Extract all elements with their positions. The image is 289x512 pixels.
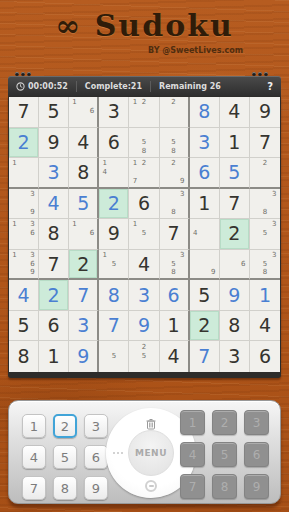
- pencil-marks: 136: [10, 220, 37, 248]
- cell-value: 6: [168, 286, 180, 305]
- cell-value: 7: [18, 102, 30, 121]
- cell-r2c9[interactable]: 7: [250, 128, 280, 159]
- cell-value: 9: [48, 133, 60, 152]
- pencil-key-9[interactable]: 9: [244, 474, 269, 499]
- cell-value: 6: [259, 347, 271, 366]
- cell-r1c6[interactable]: 2: [160, 97, 190, 128]
- timer: 00:00:52: [16, 82, 68, 91]
- cell-value: 6: [48, 316, 60, 335]
- cell-r9c2[interactable]: 1: [39, 341, 69, 372]
- cell-r5c9[interactable]: 35: [250, 219, 280, 250]
- cell-r7c9[interactable]: 1: [250, 280, 280, 311]
- pencil-marks: 12: [130, 98, 157, 126]
- cell-r3c3[interactable]: 8: [69, 158, 99, 189]
- pencil-key-6[interactable]: 6: [244, 442, 269, 467]
- cell-value: 2: [228, 224, 240, 243]
- cell-r6c1[interactable]: 1369: [9, 250, 39, 281]
- cell-value: 2: [198, 316, 210, 335]
- cell-value: 7: [48, 255, 60, 274]
- pencil-marks: 58: [161, 129, 187, 157]
- cell-value: 9: [138, 316, 150, 335]
- cell-value: 5: [228, 163, 240, 182]
- pencil-marks: 16: [70, 98, 96, 126]
- app-title: ∞ Sudoku: [0, 8, 289, 43]
- cell-r7c6[interactable]: 6: [160, 280, 190, 311]
- cell-value: 8: [77, 163, 89, 182]
- cell-r9c3[interactable]: 9: [69, 341, 99, 372]
- cell-value: 3: [48, 163, 60, 182]
- cell-r3c1[interactable]: 1: [9, 158, 39, 189]
- cell-r5c4[interactable]: 9: [99, 219, 129, 250]
- digit-key-3[interactable]: 3: [84, 414, 108, 438]
- cell-r8c8[interactable]: 8: [220, 311, 250, 342]
- cell-r6c7[interactable]: 9: [190, 250, 220, 281]
- cell-r2c8[interactable]: 1: [220, 128, 250, 159]
- cell-value: 1: [228, 133, 240, 152]
- cell-r5c5[interactable]: 15: [129, 219, 159, 250]
- minus-icon[interactable]: [145, 480, 157, 492]
- cell-r6c5[interactable]: 4: [129, 250, 159, 281]
- cell-r7c7[interactable]: 5: [190, 280, 220, 311]
- cell-r5c2[interactable]: 8: [39, 219, 69, 250]
- cell-r4c4[interactable]: 2: [99, 189, 129, 220]
- cell-value: 7: [108, 316, 120, 335]
- cell-value: 9: [228, 286, 240, 305]
- cell-r1c5[interactable]: 12: [129, 97, 159, 128]
- cell-value: 7: [228, 194, 240, 213]
- cell-r4c3[interactable]: 5: [69, 189, 99, 220]
- digit-key-4[interactable]: 4: [22, 445, 46, 469]
- pencil-marks: 1: [10, 159, 37, 186]
- cell-value: 8: [228, 316, 240, 335]
- cell-value: 7: [77, 286, 89, 305]
- cell-value: 9: [108, 224, 120, 243]
- cell-value: 7: [259, 133, 271, 152]
- cell-r6c4[interactable]: 15: [99, 250, 129, 281]
- cell-r3c8[interactable]: 5: [220, 158, 250, 189]
- cell-r2c6[interactable]: 58: [160, 128, 190, 159]
- cell-value: 5: [48, 102, 60, 121]
- cell-r3c6[interactable]: 29: [160, 158, 190, 189]
- timer-text: 00:00:52: [28, 82, 68, 91]
- pencil-marks: 9: [191, 251, 218, 278]
- cell-value: 4: [259, 316, 271, 335]
- pencil-marks: 35: [251, 220, 279, 248]
- cell-r4c1[interactable]: 39: [9, 189, 39, 220]
- digit-key-1[interactable]: 1: [22, 414, 46, 438]
- cell-r6c9[interactable]: 358: [250, 250, 280, 281]
- cell-r7c5[interactable]: 3: [129, 280, 159, 311]
- cell-r1c8[interactable]: 4: [220, 97, 250, 128]
- cell-r8c1[interactable]: 5: [9, 311, 39, 342]
- cell-value: 2: [48, 286, 60, 305]
- cell-r6c8[interactable]: 6: [220, 250, 250, 281]
- help-button[interactable]: ?: [267, 81, 273, 92]
- pencil-marks: 38: [161, 190, 187, 218]
- cell-r8c7[interactable]: 2: [190, 311, 220, 342]
- pencil-marks: 29: [161, 159, 187, 186]
- cell-value: 6: [138, 194, 150, 213]
- cell-value: 3: [198, 133, 210, 152]
- cell-r7c3[interactable]: 7: [69, 280, 99, 311]
- cell-value: 4: [138, 255, 150, 274]
- digit-key-2[interactable]: 2: [53, 414, 77, 438]
- cell-value: 8: [18, 347, 30, 366]
- digit-key-5[interactable]: 5: [53, 445, 77, 469]
- cell-r8c3[interactable]: 3: [69, 311, 99, 342]
- cell-value: 7: [198, 347, 210, 366]
- separator: [150, 81, 151, 92]
- pencil-key-3[interactable]: 3: [244, 410, 269, 435]
- control-panel: 123456789 MENU 123456789: [8, 400, 281, 504]
- cell-value: 6: [108, 133, 120, 152]
- status-bar: 00:00:52 Complete:21 Remaining 26 ?: [8, 76, 281, 96]
- cell-r7c1[interactable]: 4: [9, 280, 39, 311]
- separator: [76, 81, 77, 92]
- cell-value: 1: [198, 194, 210, 213]
- app-window: ∞ Sudoku BY @SweetLives.com 00:00:52 Com…: [0, 0, 289, 512]
- cell-r6c3[interactable]: 2: [69, 250, 99, 281]
- cell-r9c5[interactable]: 25: [129, 341, 159, 372]
- pencil-key-7[interactable]: 7: [180, 474, 205, 499]
- cell-r8c6[interactable]: 1: [160, 311, 190, 342]
- cell-r8c4[interactable]: 7: [99, 311, 129, 342]
- complete-count: Complete:21: [85, 82, 142, 91]
- dots-icon[interactable]: [113, 452, 123, 454]
- pencil-marks: 25: [130, 342, 157, 371]
- cell-r3c7[interactable]: 6: [190, 158, 220, 189]
- cell-value: 4: [228, 102, 240, 121]
- cell-value: 9: [77, 347, 89, 366]
- cell-value: 2: [18, 133, 30, 152]
- pencil-marks: 39: [10, 190, 37, 218]
- cell-r2c7[interactable]: 3: [190, 128, 220, 159]
- menu-button[interactable]: MENU: [128, 430, 174, 476]
- cell-r9c7[interactable]: 7: [190, 341, 220, 372]
- digit-key-8[interactable]: 8: [53, 476, 77, 500]
- cell-value: 1: [168, 316, 180, 335]
- cell-value: 4: [168, 347, 180, 366]
- pencil-marks: 14: [100, 159, 127, 186]
- cell-value: 4: [18, 286, 30, 305]
- pencil-key-4[interactable]: 4: [180, 442, 205, 467]
- cell-r3c5[interactable]: 127: [129, 158, 159, 189]
- cell-r7c4[interactable]: 8: [99, 280, 129, 311]
- cell-value: 8: [48, 224, 60, 243]
- cell-r3c4[interactable]: 14: [99, 158, 129, 189]
- cell-r4c2[interactable]: 4: [39, 189, 69, 220]
- cell-r8c9[interactable]: 4: [250, 311, 280, 342]
- pencil-marks: 58: [130, 129, 157, 157]
- cell-value: 5: [198, 286, 210, 305]
- cell-value: 3: [138, 286, 150, 305]
- pencil-marks: 358: [161, 251, 187, 278]
- cell-r9c9[interactable]: 6: [250, 341, 280, 372]
- pencil-key-1[interactable]: 1: [180, 410, 205, 435]
- cell-r4c5[interactable]: 6: [129, 189, 159, 220]
- cell-r3c9[interactable]: 2: [250, 158, 280, 189]
- pencil-marks: 2: [251, 159, 279, 186]
- right-keypad: 123456789: [180, 410, 269, 499]
- cell-r3c2[interactable]: 3: [39, 158, 69, 189]
- digit-key-9[interactable]: 9: [84, 476, 108, 500]
- cell-r5c6[interactable]: 7: [160, 219, 190, 250]
- cell-r8c5[interactable]: 9: [129, 311, 159, 342]
- cell-r8c2[interactable]: 6: [39, 311, 69, 342]
- cell-r2c2[interactable]: 9: [39, 128, 69, 159]
- cell-value: 3: [228, 347, 240, 366]
- digit-key-7[interactable]: 7: [22, 476, 46, 500]
- cell-value: 8: [198, 102, 210, 121]
- cell-r1c2[interactable]: 5: [39, 97, 69, 128]
- cell-r1c4[interactable]: 3: [99, 97, 129, 128]
- cell-value: 5: [77, 194, 89, 213]
- left-keypad: 123456789: [22, 414, 108, 500]
- cell-r7c2[interactable]: 2: [39, 280, 69, 311]
- cell-value: 3: [77, 316, 89, 335]
- pencil-marks: 38: [251, 190, 279, 218]
- pencil-key-8[interactable]: 8: [212, 474, 237, 499]
- app-byline: BY @SweetLives.com: [148, 46, 243, 55]
- board-frame: 7516312284929465858317138141272965239452…: [8, 96, 281, 378]
- digit-key-6[interactable]: 6: [84, 445, 108, 469]
- cell-value: 1: [259, 286, 271, 305]
- pencil-marks: 5: [100, 342, 127, 371]
- pencil-marks: 6: [221, 251, 248, 278]
- cell-value: 8: [108, 286, 120, 305]
- cell-r2c5[interactable]: 58: [129, 128, 159, 159]
- cell-value: 2: [108, 194, 120, 213]
- cell-r5c7[interactable]: 4: [190, 219, 220, 250]
- cell-r9c6[interactable]: 4: [160, 341, 190, 372]
- cell-r1c9[interactable]: 9: [250, 97, 280, 128]
- cell-r9c4[interactable]: 5: [99, 341, 129, 372]
- pencil-key-2[interactable]: 2: [212, 410, 237, 435]
- cell-r1c3[interactable]: 16: [69, 97, 99, 128]
- remaining-count: Remaining 26: [159, 82, 221, 91]
- cell-r7c8[interactable]: 9: [220, 280, 250, 311]
- cell-r9c1[interactable]: 8: [9, 341, 39, 372]
- cell-r4c7[interactable]: 1: [190, 189, 220, 220]
- pencil-marks: 15: [100, 251, 127, 278]
- cell-value: 4: [77, 133, 89, 152]
- cell-value: 7: [168, 224, 180, 243]
- pencil-marks: 2: [161, 98, 187, 126]
- pencil-marks: 4: [191, 220, 218, 248]
- pencil-marks: 1369: [10, 251, 37, 278]
- cell-value: 6: [198, 163, 210, 182]
- cell-value: 1: [48, 347, 60, 366]
- cell-value: 4: [48, 194, 60, 213]
- cell-r2c3[interactable]: 4: [69, 128, 99, 159]
- cell-r4c8[interactable]: 7: [220, 189, 250, 220]
- cell-r1c1[interactable]: 7: [9, 97, 39, 128]
- cell-r6c6[interactable]: 358: [160, 250, 190, 281]
- cell-r5c3[interactable]: 16: [69, 219, 99, 250]
- pencil-marks: 358: [251, 251, 279, 278]
- cell-r1c7[interactable]: 8: [190, 97, 220, 128]
- pencil-key-5[interactable]: 5: [212, 442, 237, 467]
- cell-r2c4[interactable]: 6: [99, 128, 129, 159]
- cell-r6c2[interactable]: 7: [39, 250, 69, 281]
- cell-value: 9: [259, 102, 271, 121]
- pencil-marks: 16: [70, 220, 96, 248]
- cell-r9c8[interactable]: 3: [220, 341, 250, 372]
- menu-label: MENU: [135, 448, 167, 458]
- cell-r4c9[interactable]: 38: [250, 189, 280, 220]
- pencil-marks: 15: [130, 220, 157, 248]
- cell-r2c1[interactable]: 2: [9, 128, 39, 159]
- cell-r5c8[interactable]: 2: [220, 219, 250, 250]
- pencil-marks: 127: [130, 159, 157, 186]
- cell-value: 2: [77, 255, 89, 274]
- cell-r4c6[interactable]: 38: [160, 189, 190, 220]
- cell-value: 3: [108, 102, 120, 121]
- sudoku-grid: 7516312284929465858317138141272965239452…: [9, 97, 280, 372]
- cell-value: 5: [18, 316, 30, 335]
- cell-r5c1[interactable]: 136: [9, 219, 39, 250]
- clock-icon: [16, 82, 25, 91]
